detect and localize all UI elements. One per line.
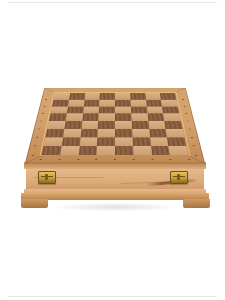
border-dot-icon bbox=[77, 159, 79, 160]
square bbox=[99, 106, 115, 113]
brass-latch-right bbox=[170, 171, 188, 184]
square bbox=[115, 146, 133, 155]
square bbox=[42, 146, 62, 155]
border-dot-icon bbox=[195, 155, 197, 156]
border-dot-icon bbox=[70, 90, 72, 91]
square bbox=[64, 121, 82, 129]
square bbox=[52, 100, 69, 107]
square bbox=[68, 100, 84, 107]
square bbox=[133, 146, 152, 155]
square bbox=[148, 121, 166, 129]
square bbox=[60, 146, 79, 155]
square bbox=[97, 146, 115, 155]
square bbox=[162, 106, 179, 113]
square bbox=[166, 129, 185, 137]
square bbox=[99, 100, 115, 107]
square bbox=[82, 114, 99, 122]
product-photo bbox=[0, 0, 225, 300]
square bbox=[63, 129, 81, 137]
square bbox=[115, 114, 132, 122]
border-dot-icon bbox=[181, 93, 183, 94]
square bbox=[149, 129, 167, 137]
brass-latch-left bbox=[38, 171, 56, 184]
border-dot-icon bbox=[185, 113, 187, 114]
border-dot-icon bbox=[151, 159, 153, 160]
square bbox=[67, 106, 84, 113]
border-dot-icon bbox=[184, 106, 186, 107]
latch-knob-icon bbox=[45, 174, 48, 180]
border-dot-icon bbox=[144, 90, 146, 91]
square bbox=[83, 106, 99, 113]
square bbox=[84, 100, 100, 107]
border-dot-icon bbox=[187, 121, 189, 122]
square bbox=[147, 114, 164, 122]
square bbox=[146, 106, 163, 113]
latch-knob-icon bbox=[177, 174, 180, 180]
square bbox=[165, 121, 183, 129]
square bbox=[163, 114, 181, 122]
border-dot-icon bbox=[114, 90, 116, 91]
border-dot-icon bbox=[84, 90, 86, 91]
square bbox=[80, 129, 98, 137]
square bbox=[132, 121, 149, 129]
square bbox=[151, 146, 170, 155]
border-dot-icon bbox=[159, 90, 161, 91]
border-dot-icon bbox=[189, 128, 191, 129]
base-molding-lower bbox=[21, 193, 209, 200]
square bbox=[115, 137, 133, 146]
square bbox=[98, 114, 115, 122]
square bbox=[115, 100, 131, 107]
square bbox=[98, 129, 115, 137]
chess-board bbox=[25, 88, 205, 163]
board-squares bbox=[42, 93, 189, 155]
border-dot-icon bbox=[36, 137, 38, 138]
bracket-foot-right bbox=[183, 199, 210, 208]
square bbox=[131, 114, 148, 122]
border-dot-icon bbox=[38, 128, 40, 129]
square bbox=[132, 129, 150, 137]
square bbox=[161, 100, 178, 107]
square bbox=[98, 121, 115, 129]
border-dot-icon bbox=[58, 159, 60, 160]
square bbox=[81, 121, 98, 129]
square bbox=[150, 137, 169, 146]
box-lid-edge bbox=[24, 162, 206, 169]
border-dot-icon bbox=[188, 159, 190, 160]
border-dot-icon bbox=[45, 99, 47, 100]
miter-joint bbox=[25, 156, 41, 163]
square bbox=[44, 137, 63, 146]
square bbox=[146, 100, 162, 107]
miter-joint bbox=[189, 156, 205, 163]
square bbox=[46, 129, 65, 137]
photo-frame-line-bottom bbox=[8, 296, 217, 297]
square bbox=[47, 121, 65, 129]
square bbox=[61, 137, 80, 146]
border-dot-icon bbox=[133, 159, 135, 160]
square bbox=[169, 146, 189, 155]
square bbox=[115, 121, 132, 129]
square bbox=[131, 106, 147, 113]
square bbox=[51, 106, 68, 113]
square bbox=[115, 129, 132, 137]
square bbox=[65, 114, 82, 122]
square bbox=[167, 137, 186, 146]
border-dot-icon bbox=[191, 137, 193, 138]
square bbox=[79, 137, 97, 146]
square bbox=[132, 137, 150, 146]
border-dot-icon bbox=[44, 106, 46, 107]
square bbox=[49, 114, 67, 122]
square bbox=[97, 137, 115, 146]
border-dot-icon bbox=[173, 90, 175, 91]
border-dot-icon bbox=[129, 90, 131, 91]
miter-joint bbox=[45, 88, 55, 93]
square bbox=[130, 100, 146, 107]
bracket-foot-left bbox=[21, 199, 48, 208]
border-dot-icon bbox=[182, 99, 184, 100]
square bbox=[115, 106, 131, 113]
square bbox=[78, 146, 97, 155]
photo-frame-line-top bbox=[8, 2, 217, 3]
border-dot-icon bbox=[114, 159, 116, 160]
floor-shadow bbox=[25, 201, 205, 213]
